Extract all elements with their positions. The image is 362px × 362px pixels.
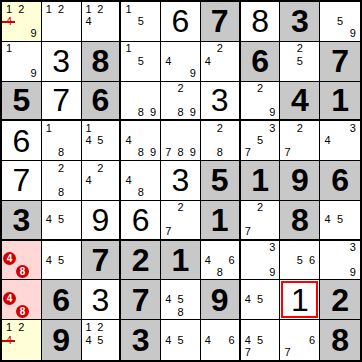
empty-candidate-slot [294, 147, 306, 159]
cell-r7c4[interactable]: 2 [121, 241, 161, 281]
candidate-4: 4 [202, 254, 214, 266]
candidate-2: 2 [254, 202, 266, 214]
cell-r6c3[interactable]: 9 [82, 201, 122, 241]
empty-candidate-slot [67, 266, 79, 278]
empty-candidate-slot [162, 214, 174, 226]
cell-r6c9[interactable]: 45 [320, 201, 360, 241]
empty-candidate-slot [174, 122, 186, 134]
candidate-7: 7 [162, 147, 174, 159]
candidate-1: 1 [3, 3, 15, 15]
empty-candidate-slot [135, 174, 147, 186]
cell-r1c3[interactable]: 124 [82, 2, 122, 42]
cell-r9c5[interactable]: 45 [161, 320, 201, 360]
empty-candidate-slot [83, 346, 95, 359]
candidate-grid: 49 [162, 43, 199, 80]
empty-candidate-slot [306, 135, 318, 147]
cell-r2c9[interactable]: 7 [320, 42, 360, 82]
empty-candidate-slot [187, 94, 199, 106]
empty-candidate-slot [321, 122, 334, 134]
candidate-5: 5 [174, 294, 186, 306]
candidate-3: 3 [346, 122, 359, 134]
empty-candidate-slot [29, 265, 40, 278]
given-digit: 5 [211, 164, 229, 196]
cell-r5c2[interactable]: 28 [42, 161, 82, 201]
cell-r9c4[interactable]: 3 [121, 320, 161, 360]
empty-candidate-slot [187, 294, 199, 306]
colored-candidate-4: 4 [3, 252, 16, 265]
empty-candidate-slot [202, 67, 214, 79]
cell-r6c5[interactable]: 27 [161, 201, 201, 241]
empty-candidate-slot [321, 147, 334, 159]
candidate-grid: 489 [122, 122, 159, 159]
candidate-grid: 15 [122, 43, 159, 80]
empty-candidate-slot [15, 15, 27, 27]
cell-r6c6[interactable]: 1 [201, 201, 241, 241]
empty-candidate-slot [94, 15, 106, 27]
empty-candidate-slot [106, 334, 118, 347]
empty-candidate-slot [242, 202, 254, 214]
cell-r4c2[interactable]: 18 [42, 121, 82, 161]
empty-candidate-slot [55, 242, 67, 254]
solved-digit: 6 [12, 125, 30, 157]
cell-r2c2[interactable]: 3 [42, 42, 82, 82]
empty-candidate-slot [281, 135, 293, 147]
cell-r4c5[interactable]: 789 [161, 121, 201, 161]
cell-r4c9[interactable]: 34 [320, 121, 360, 161]
empty-candidate-slot [106, 122, 118, 134]
cell-r6c2[interactable]: 45 [42, 201, 82, 241]
candidate-5: 5 [55, 214, 67, 226]
empty-candidate-slot [55, 15, 67, 27]
empty-candidate-slot [281, 334, 293, 347]
empty-candidate-slot [106, 346, 118, 359]
empty-candidate-slot [162, 346, 174, 359]
given-digit: 8 [92, 45, 110, 77]
empty-candidate-slot [174, 226, 186, 238]
empty-candidate-slot [122, 162, 134, 174]
empty-candidate-slot [106, 174, 118, 186]
empty-candidate-slot [346, 226, 359, 238]
cell-r3c3[interactable]: 6 [82, 82, 122, 122]
given-digit: 1 [251, 164, 269, 196]
candidate-grid: 45 [43, 202, 80, 238]
cell-r2c1[interactable]: 19 [2, 42, 42, 82]
cell-r8c6[interactable]: 9 [201, 280, 241, 320]
cell-r6c4[interactable]: 6 [121, 201, 161, 241]
cell-r7c2[interactable]: 45 [42, 241, 82, 281]
empty-candidate-slot [306, 67, 318, 79]
colored-candidate-4: 4 [3, 292, 16, 305]
cell-r7c8[interactable]: 56 [280, 241, 320, 281]
eliminated-candidate-4: 4 [3, 15, 15, 27]
empty-candidate-slot [294, 321, 306, 334]
candidate-2: 2 [15, 3, 27, 15]
cell-r9c8[interactable]: 67 [280, 320, 320, 360]
empty-candidate-slot [28, 321, 40, 334]
colored-candidate-slot-4: 4 [3, 252, 16, 265]
given-digit: 7 [92, 244, 110, 276]
cell-r5c6[interactable]: 5 [201, 161, 241, 201]
candidate-grid: 28 [43, 162, 80, 199]
given-digit: 6 [331, 164, 349, 196]
given-digit: 1 [172, 244, 190, 276]
cell-r3c8[interactable]: 4 [280, 82, 320, 122]
empty-candidate-slot [242, 94, 254, 106]
empty-candidate-slot [254, 94, 266, 106]
candidate-2: 2 [94, 162, 106, 174]
empty-candidate-slot [242, 306, 254, 318]
empty-candidate-slot [321, 3, 334, 15]
given-digit: 6 [52, 284, 70, 316]
cell-r8c9[interactable]: 2 [320, 280, 360, 320]
cell-r5c8[interactable]: 9 [280, 161, 320, 201]
cell-r4c3[interactable]: 145 [82, 121, 122, 161]
empty-candidate-slot [226, 242, 238, 254]
cell-r1c6[interactable]: 7 [201, 2, 241, 42]
empty-candidate-slot [202, 43, 214, 55]
empty-candidate-slot [334, 135, 347, 147]
cell-r5c5[interactable]: 3 [161, 161, 201, 201]
cell-r3c4[interactable]: 89 [121, 82, 161, 122]
empty-candidate-slot [162, 94, 174, 106]
empty-candidate-slot [55, 226, 67, 238]
empty-candidate-slot [67, 3, 79, 15]
empty-candidate-slot [214, 67, 226, 79]
empty-candidate-slot [294, 67, 306, 79]
empty-candidate-slot [306, 242, 318, 254]
empty-candidate-slot [226, 55, 238, 67]
empty-candidate-slot [202, 346, 214, 359]
empty-candidate-slot [202, 122, 214, 134]
candidate-grid: 29 [242, 83, 279, 119]
empty-candidate-slot [334, 122, 347, 134]
empty-candidate-slot [67, 122, 79, 134]
eliminated-candidate-4: 4 [3, 334, 15, 347]
empty-candidate-slot [306, 346, 318, 359]
empty-candidate-slot [187, 226, 199, 238]
empty-candidate-slot [242, 281, 254, 293]
candidate-9: 9 [187, 67, 199, 79]
cell-r3c2[interactable]: 7 [42, 82, 82, 122]
empty-candidate-slot [266, 346, 278, 359]
empty-candidate-slot [254, 242, 266, 254]
solved-digit: 3 [92, 284, 110, 316]
cell-r2c7[interactable]: 6 [241, 42, 281, 82]
empty-candidate-slot [29, 242, 40, 253]
candidate-7: 7 [281, 147, 293, 159]
cell-r7c3[interactable]: 7 [82, 241, 122, 281]
cell-r7c9[interactable]: 39 [320, 241, 360, 281]
cell-r8c7[interactable]: 45 [241, 280, 281, 320]
empty-candidate-slot [334, 28, 347, 40]
empty-candidate-slot [202, 135, 214, 147]
cell-r5c1[interactable]: 7 [2, 161, 42, 201]
empty-candidate-slot [16, 281, 29, 292]
empty-candidate-slot [226, 266, 238, 278]
empty-candidate-slot [187, 135, 199, 147]
cell-r1c8[interactable]: 3 [280, 2, 320, 42]
cell-r8c3[interactable]: 3 [82, 280, 122, 320]
cell-r4c1[interactable]: 6 [2, 121, 42, 161]
candidate-grid: 39 [242, 242, 279, 279]
cell-r3c1[interactable]: 5 [2, 82, 42, 122]
cell-r2c8[interactable]: 25 [280, 42, 320, 82]
cell-r6c8[interactable]: 8 [280, 201, 320, 241]
empty-candidate-slot [281, 122, 293, 134]
cell-r1c9[interactable]: 59 [320, 2, 360, 42]
candidate-2: 2 [174, 202, 186, 214]
candidate-grid: 457 [242, 321, 279, 359]
empty-candidate-slot [94, 187, 106, 199]
cell-r4c7[interactable]: 357 [241, 121, 281, 161]
candidate-grid: 48 [122, 162, 159, 199]
empty-candidate-slot [147, 162, 159, 174]
cell-r6c1[interactable]: 3 [2, 201, 42, 241]
empty-candidate-slot [281, 55, 293, 67]
candidate-1: 1 [83, 122, 95, 134]
candidate-5: 5 [334, 214, 347, 226]
given-digit: 9 [52, 324, 70, 356]
candidate-9: 9 [147, 106, 159, 118]
empty-candidate-slot [266, 254, 278, 266]
empty-candidate-slot [94, 147, 106, 159]
empty-candidate-slot [43, 15, 55, 27]
candidate-4: 4 [162, 55, 174, 67]
empty-candidate-slot [187, 346, 199, 359]
candidate-grid: 124 [3, 321, 40, 359]
empty-candidate-slot [106, 15, 118, 27]
empty-candidate-slot [162, 135, 174, 147]
candidate-grid: 15 [122, 3, 159, 40]
candidate-4: 4 [43, 214, 55, 226]
candidate-4: 4 [83, 135, 95, 147]
cell-r5c7[interactable]: 1 [241, 161, 281, 201]
empty-candidate-slot [187, 214, 199, 226]
empty-candidate-slot [174, 67, 186, 79]
candidate-4: 4 [83, 15, 95, 27]
candidate-1: 1 [43, 3, 55, 15]
candidate-grid: 27 [281, 122, 318, 159]
empty-candidate-slot [122, 15, 134, 27]
empty-candidate-slot [294, 135, 306, 147]
candidate-grid: 45 [242, 281, 279, 318]
cell-r8c5[interactable]: 458 [161, 280, 201, 320]
candidate-3: 3 [266, 242, 278, 254]
cell-r9c1[interactable]: 124 [2, 320, 42, 360]
empty-candidate-slot [122, 122, 134, 134]
candidate-2: 2 [94, 321, 106, 334]
given-digit: 9 [211, 284, 229, 316]
candidate-5: 5 [334, 15, 347, 27]
candidate-5: 5 [294, 55, 306, 67]
cell-r9c3[interactable]: 1245 [82, 320, 122, 360]
cell-r3c5[interactable]: 289 [161, 82, 201, 122]
empty-candidate-slot [15, 55, 27, 67]
empty-candidate-slot [226, 147, 238, 159]
candidate-grid: 357 [242, 122, 279, 159]
empty-candidate-slot [43, 147, 55, 159]
cell-r7c5[interactable]: 1 [161, 241, 201, 281]
candidate-8: 8 [174, 147, 186, 159]
empty-candidate-slot [3, 265, 16, 278]
cell-r2c3[interactable]: 8 [82, 42, 122, 82]
candidate-8: 8 [135, 187, 147, 199]
cell-r8c1[interactable]: 48 [2, 280, 42, 320]
empty-candidate-slot [55, 266, 67, 278]
candidate-4: 4 [242, 294, 254, 306]
candidate-5: 5 [294, 254, 306, 266]
candidate-grid: 34 [321, 122, 359, 159]
candidate-grid: 67 [281, 321, 318, 359]
empty-candidate-slot [242, 254, 254, 266]
empty-candidate-slot [147, 135, 159, 147]
candidate-5: 5 [254, 135, 266, 147]
empty-candidate-slot [3, 305, 16, 318]
candidate-2: 2 [294, 43, 306, 55]
colored-candidate-slot-4: 4 [3, 292, 16, 305]
empty-candidate-slot [174, 94, 186, 106]
candidate-4: 4 [321, 214, 334, 226]
empty-candidate-slot [321, 242, 334, 254]
empty-candidate-slot [162, 306, 174, 318]
cell-r5c4[interactable]: 48 [121, 161, 161, 201]
empty-candidate-slot [306, 266, 318, 278]
candidate-grid: 89 [122, 83, 159, 119]
empty-candidate-slot [306, 43, 318, 55]
empty-candidate-slot [266, 147, 278, 159]
given-digit: 6 [92, 84, 110, 116]
candidate-grid: 12 [43, 3, 80, 40]
empty-candidate-slot [187, 43, 199, 55]
candidate-2: 2 [94, 3, 106, 15]
cell-r2c5[interactable]: 49 [161, 42, 201, 82]
empty-candidate-slot [135, 122, 147, 134]
empty-candidate-slot [135, 28, 147, 40]
cell-r3c6[interactable]: 3 [201, 82, 241, 122]
empty-candidate-slot [214, 334, 226, 347]
empty-candidate-slot [242, 242, 254, 254]
cell-r7c7[interactable]: 39 [241, 241, 281, 281]
cell-r8c8[interactable]: 1 [280, 280, 320, 320]
empty-candidate-slot [334, 242, 347, 254]
empty-candidate-slot [16, 292, 29, 305]
empty-candidate-slot [147, 174, 159, 186]
cell-r9c9[interactable]: 8 [320, 320, 360, 360]
empty-candidate-slot [28, 334, 40, 347]
candidate-3: 3 [266, 122, 278, 134]
cell-r2c6[interactable]: 24 [201, 42, 241, 82]
empty-candidate-slot [135, 94, 147, 106]
empty-candidate-slot [254, 321, 266, 334]
candidate-6: 6 [306, 334, 318, 347]
candidate-4: 4 [202, 334, 214, 347]
empty-candidate-slot [55, 202, 67, 214]
empty-candidate-slot [346, 214, 359, 226]
empty-candidate-slot [187, 306, 199, 318]
empty-candidate-slot [43, 135, 55, 147]
empty-candidate-slot [43, 28, 55, 40]
empty-candidate-slot [214, 321, 226, 334]
empty-candidate-slot [83, 162, 95, 174]
cell-r4c6[interactable]: 28 [201, 121, 241, 161]
cell-r9c6[interactable]: 46 [201, 320, 241, 360]
cell-r1c2[interactable]: 12 [42, 2, 82, 42]
cell-r8c4[interactable]: 7 [121, 280, 161, 320]
cell-r8c2[interactable]: 6 [42, 280, 82, 320]
candidate-grid: 18 [43, 122, 80, 159]
cell-r9c2[interactable]: 9 [42, 320, 82, 360]
candidate-5: 5 [94, 135, 106, 147]
empty-candidate-slot [226, 122, 238, 134]
candidate-grid: 24 [202, 43, 238, 80]
candidate-6: 6 [226, 334, 238, 347]
given-digit: 6 [251, 45, 269, 77]
empty-candidate-slot [254, 226, 266, 238]
candidate-5: 5 [135, 55, 147, 67]
empty-candidate-slot [294, 266, 306, 278]
candidate-2: 2 [294, 122, 306, 134]
empty-candidate-slot [174, 55, 186, 67]
empty-candidate-slot [147, 28, 159, 40]
empty-candidate-slot [242, 321, 254, 334]
cell-r3c7[interactable]: 29 [241, 82, 281, 122]
cell-r2c4[interactable]: 15 [121, 42, 161, 82]
cell-r9c7[interactable]: 457 [241, 320, 281, 360]
cell-r5c9[interactable]: 6 [320, 161, 360, 201]
cell-r7c6[interactable]: 468 [201, 241, 241, 281]
empty-candidate-slot [346, 15, 359, 27]
cell-r1c4[interactable]: 15 [121, 2, 161, 42]
empty-candidate-slot [294, 346, 306, 359]
cell-r4c4[interactable]: 489 [121, 121, 161, 161]
cell-r7c1[interactable]: 48 [2, 241, 42, 281]
candidate-9: 9 [28, 67, 40, 79]
empty-candidate-slot [306, 147, 318, 159]
empty-candidate-slot [94, 122, 106, 134]
empty-candidate-slot [214, 135, 226, 147]
cell-r5c3[interactable]: 24 [82, 161, 122, 201]
cell-r4c8[interactable]: 27 [280, 121, 320, 161]
cell-r1c5[interactable]: 6 [161, 2, 201, 42]
candidate-4: 4 [43, 254, 55, 266]
candidate-5: 5 [135, 15, 147, 27]
candidate-5: 5 [174, 334, 186, 347]
solved-digit: 3 [172, 164, 190, 196]
empty-candidate-slot [29, 305, 40, 318]
solved-digit: 6 [132, 204, 150, 236]
empty-candidate-slot [266, 306, 278, 318]
empty-candidate-slot [122, 28, 134, 40]
empty-candidate-slot [43, 266, 55, 278]
candidate-3: 3 [346, 242, 359, 254]
empty-candidate-slot [55, 28, 67, 40]
empty-candidate-slot [266, 94, 278, 106]
given-digit: 2 [331, 284, 349, 316]
solved-digit: 3 [52, 45, 70, 77]
empty-candidate-slot [242, 106, 254, 118]
cell-r1c7[interactable]: 8 [241, 2, 281, 42]
empty-candidate-slot [15, 334, 27, 347]
empty-candidate-slot [55, 122, 67, 134]
empty-candidate-slot [294, 334, 306, 347]
cell-r6c7[interactable]: 27 [241, 201, 281, 241]
empty-candidate-slot [346, 202, 359, 214]
cell-r3c9[interactable]: 1 [320, 82, 360, 122]
empty-candidate-slot [67, 202, 79, 214]
cell-r1c1[interactable]: 1249 [2, 2, 42, 42]
candidate-2: 2 [214, 122, 226, 134]
candidate-grid: 19 [3, 43, 40, 80]
